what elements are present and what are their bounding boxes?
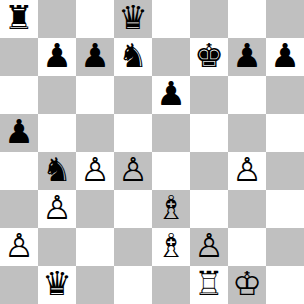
square-d8[interactable]: ♛ <box>114 0 152 38</box>
square-h4[interactable] <box>266 152 304 190</box>
square-f7[interactable]: ♚ <box>190 38 228 76</box>
square-c3[interactable] <box>76 190 114 228</box>
square-c4[interactable]: ♙ <box>76 152 114 190</box>
piece-black-pawn[interactable]: ♟ <box>156 75 186 113</box>
square-h1[interactable] <box>266 266 304 304</box>
square-c1[interactable] <box>76 266 114 304</box>
piece-white-pawn[interactable]: ♙ <box>232 151 262 189</box>
square-d3[interactable] <box>114 190 152 228</box>
square-g2[interactable] <box>228 228 266 266</box>
square-f5[interactable] <box>190 114 228 152</box>
piece-white-pawn[interactable]: ♙ <box>4 227 34 265</box>
square-b1[interactable]: ♛ <box>38 266 76 304</box>
piece-black-knight[interactable]: ♞ <box>42 151 72 189</box>
piece-white-pawn[interactable]: ♙ <box>80 151 110 189</box>
piece-white-king[interactable]: ♔ <box>232 265 262 303</box>
square-b4[interactable]: ♞ <box>38 152 76 190</box>
square-h2[interactable] <box>266 228 304 266</box>
piece-black-pawn[interactable]: ♟ <box>232 37 262 75</box>
square-g7[interactable]: ♟ <box>228 38 266 76</box>
square-g1[interactable]: ♔ <box>228 266 266 304</box>
square-f4[interactable] <box>190 152 228 190</box>
square-c5[interactable] <box>76 114 114 152</box>
square-f2[interactable]: ♙ <box>190 228 228 266</box>
square-f1[interactable]: ♖ <box>190 266 228 304</box>
square-e3[interactable]: ♗ <box>152 190 190 228</box>
square-e6[interactable]: ♟ <box>152 76 190 114</box>
piece-white-pawn[interactable]: ♙ <box>118 151 148 189</box>
square-a8[interactable]: ♜ <box>0 0 38 38</box>
piece-white-bishop[interactable]: ♗ <box>156 227 186 265</box>
square-e2[interactable]: ♗ <box>152 228 190 266</box>
square-h5[interactable] <box>266 114 304 152</box>
square-d7[interactable]: ♞ <box>114 38 152 76</box>
square-e8[interactable] <box>152 0 190 38</box>
square-d1[interactable] <box>114 266 152 304</box>
piece-black-knight[interactable]: ♞ <box>118 37 148 75</box>
square-g4[interactable]: ♙ <box>228 152 266 190</box>
square-g8[interactable] <box>228 0 266 38</box>
piece-white-pawn[interactable]: ♙ <box>42 189 72 227</box>
square-a1[interactable] <box>0 266 38 304</box>
piece-black-king[interactable]: ♚ <box>194 37 224 75</box>
square-a7[interactable] <box>0 38 38 76</box>
square-d5[interactable] <box>114 114 152 152</box>
square-h7[interactable]: ♟ <box>266 38 304 76</box>
square-h8[interactable] <box>266 0 304 38</box>
square-b8[interactable] <box>38 0 76 38</box>
square-a2[interactable]: ♙ <box>0 228 38 266</box>
square-h3[interactable] <box>266 190 304 228</box>
square-b2[interactable] <box>38 228 76 266</box>
square-c7[interactable]: ♟ <box>76 38 114 76</box>
square-b3[interactable]: ♙ <box>38 190 76 228</box>
square-b5[interactable] <box>38 114 76 152</box>
chess-board: ♜♛♟♟♞♚♟♟♟♟♞♙♙♙♙♗♙♗♙♛♖♔ <box>0 0 304 304</box>
piece-black-queen[interactable]: ♛ <box>118 0 148 37</box>
square-d4[interactable]: ♙ <box>114 152 152 190</box>
piece-black-pawn[interactable]: ♟ <box>4 113 34 151</box>
piece-white-pawn[interactable]: ♙ <box>194 227 224 265</box>
square-h6[interactable] <box>266 76 304 114</box>
square-e5[interactable] <box>152 114 190 152</box>
square-d6[interactable] <box>114 76 152 114</box>
square-a5[interactable]: ♟ <box>0 114 38 152</box>
square-f8[interactable] <box>190 0 228 38</box>
square-b6[interactable] <box>38 76 76 114</box>
piece-white-rook[interactable]: ♖ <box>194 265 224 303</box>
square-c6[interactable] <box>76 76 114 114</box>
square-f3[interactable] <box>190 190 228 228</box>
square-b7[interactable]: ♟ <box>38 38 76 76</box>
piece-white-bishop[interactable]: ♗ <box>156 189 186 227</box>
square-d2[interactable] <box>114 228 152 266</box>
square-a4[interactable] <box>0 152 38 190</box>
piece-black-rook[interactable]: ♜ <box>4 0 34 37</box>
piece-black-pawn[interactable]: ♟ <box>270 37 300 75</box>
square-f6[interactable] <box>190 76 228 114</box>
square-a6[interactable] <box>0 76 38 114</box>
square-g6[interactable] <box>228 76 266 114</box>
piece-black-pawn[interactable]: ♟ <box>80 37 110 75</box>
square-g5[interactable] <box>228 114 266 152</box>
piece-black-queen[interactable]: ♛ <box>42 265 72 303</box>
square-a3[interactable] <box>0 190 38 228</box>
square-e4[interactable] <box>152 152 190 190</box>
square-c2[interactable] <box>76 228 114 266</box>
piece-black-pawn[interactable]: ♟ <box>42 37 72 75</box>
square-g3[interactable] <box>228 190 266 228</box>
square-c8[interactable] <box>76 0 114 38</box>
square-e1[interactable] <box>152 266 190 304</box>
square-e7[interactable] <box>152 38 190 76</box>
